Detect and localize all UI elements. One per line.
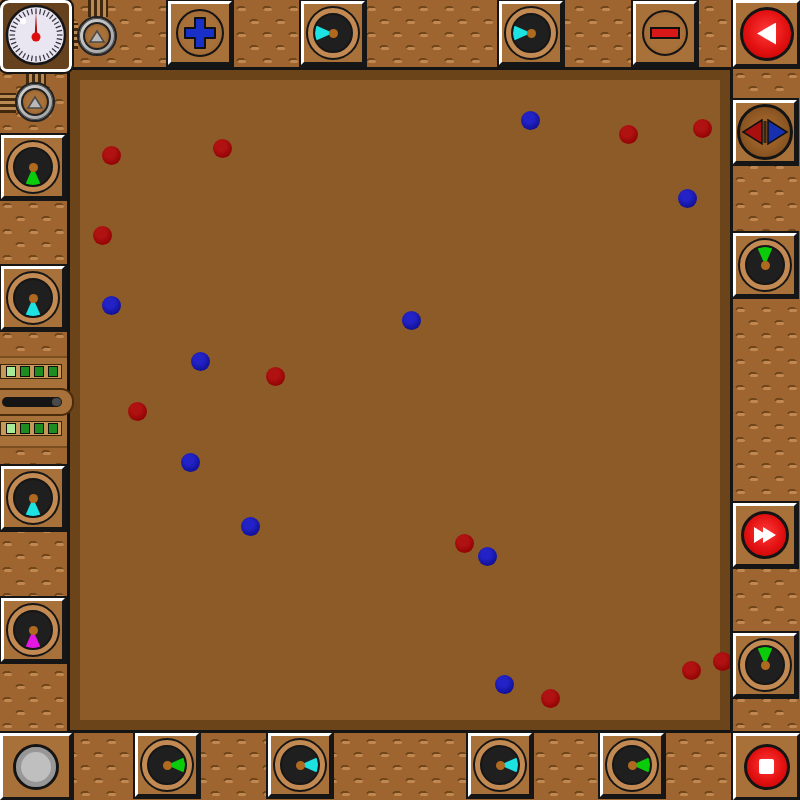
dial-right-2[interactable] (733, 633, 797, 697)
eject-top-button[interactable] (77, 16, 117, 56)
fast-forward-icon (754, 527, 776, 543)
gauge-tile (0, 0, 72, 72)
red-blue-toggle-button[interactable] (737, 104, 793, 160)
triangle-left-icon (757, 23, 776, 45)
dial (738, 238, 792, 292)
add-ball-tile (168, 1, 232, 65)
dial-left-1[interactable] (1, 135, 65, 199)
dial-dot (628, 761, 637, 770)
dial-right-1[interactable] (733, 233, 797, 297)
dial-dot (29, 626, 38, 635)
dial (6, 140, 60, 194)
dial-bottom-2[interactable] (268, 733, 332, 797)
fast-forward-button[interactable] (741, 511, 789, 559)
dial-dot (29, 163, 38, 172)
minus-icon (649, 26, 681, 40)
remove-ball-button[interactable] (642, 10, 688, 56)
dial-left-2[interactable] (1, 266, 65, 330)
add-ball-button[interactable] (176, 9, 224, 57)
step-back-button[interactable] (740, 7, 794, 61)
play-field[interactable] (80, 80, 720, 720)
stop-icon (759, 759, 774, 774)
dial-dot (29, 294, 38, 303)
stop-button[interactable] (744, 744, 790, 790)
led-lightgreen (6, 366, 16, 377)
led-green (20, 366, 30, 377)
led-green (34, 423, 44, 434)
dial (6, 271, 60, 325)
pit (67, 67, 733, 733)
dial (273, 738, 327, 792)
remove-ball-tile (633, 1, 697, 65)
dial-bottom-4[interactable] (600, 733, 664, 797)
ball-machine (0, 0, 800, 800)
led-green (48, 366, 58, 377)
plus-icon (182, 15, 218, 51)
pipe-stripes (0, 93, 16, 113)
dial (306, 6, 360, 60)
led-green (48, 423, 58, 434)
dial-dot (163, 761, 172, 770)
slider-groove[interactable] (2, 397, 62, 407)
dial (738, 638, 792, 692)
analog-gauge (4, 4, 68, 68)
pipe-stripes (88, 0, 108, 17)
frame-bottom (0, 733, 800, 800)
led-strip-top (0, 364, 62, 379)
led-strip-bottom (0, 421, 62, 436)
dial-left-3[interactable] (1, 466, 65, 530)
dial (605, 738, 659, 792)
led-lightgreen (6, 423, 16, 434)
slider[interactable] (0, 388, 74, 416)
dial-dot (527, 29, 536, 38)
led-panel (0, 356, 67, 448)
stop-tile (733, 733, 800, 800)
dial-left-4[interactable] (1, 598, 65, 662)
dial (6, 603, 60, 657)
blank-gray-button[interactable] (13, 744, 59, 790)
dial-top-2[interactable] (499, 1, 563, 65)
dial-dot (296, 761, 305, 770)
dial-dot (496, 761, 505, 770)
step-back-tile (733, 0, 800, 67)
triangle-up-icon (26, 95, 44, 110)
dial-dot (761, 661, 770, 670)
dial (6, 471, 60, 525)
blank-gray-tile (0, 733, 72, 800)
dial-top-1[interactable] (301, 1, 365, 65)
eject-left-face (21, 88, 49, 116)
dial-dot (761, 261, 770, 270)
dial-dot (29, 494, 38, 503)
red-left-blue-right-icon (741, 118, 789, 146)
dial (473, 738, 527, 792)
fast-forward-tile (733, 503, 797, 567)
dial-bottom-1[interactable] (135, 733, 199, 797)
triangle-up-icon (88, 29, 106, 44)
led-green (20, 423, 30, 434)
dial (504, 6, 558, 60)
red-blue-toggle-tile (733, 100, 797, 164)
dial-dot (329, 29, 338, 38)
led-green (34, 366, 44, 377)
dial (140, 738, 194, 792)
dial-bottom-3[interactable] (468, 733, 532, 797)
eject-top-face (83, 22, 111, 50)
eject-left-button[interactable] (15, 82, 55, 122)
